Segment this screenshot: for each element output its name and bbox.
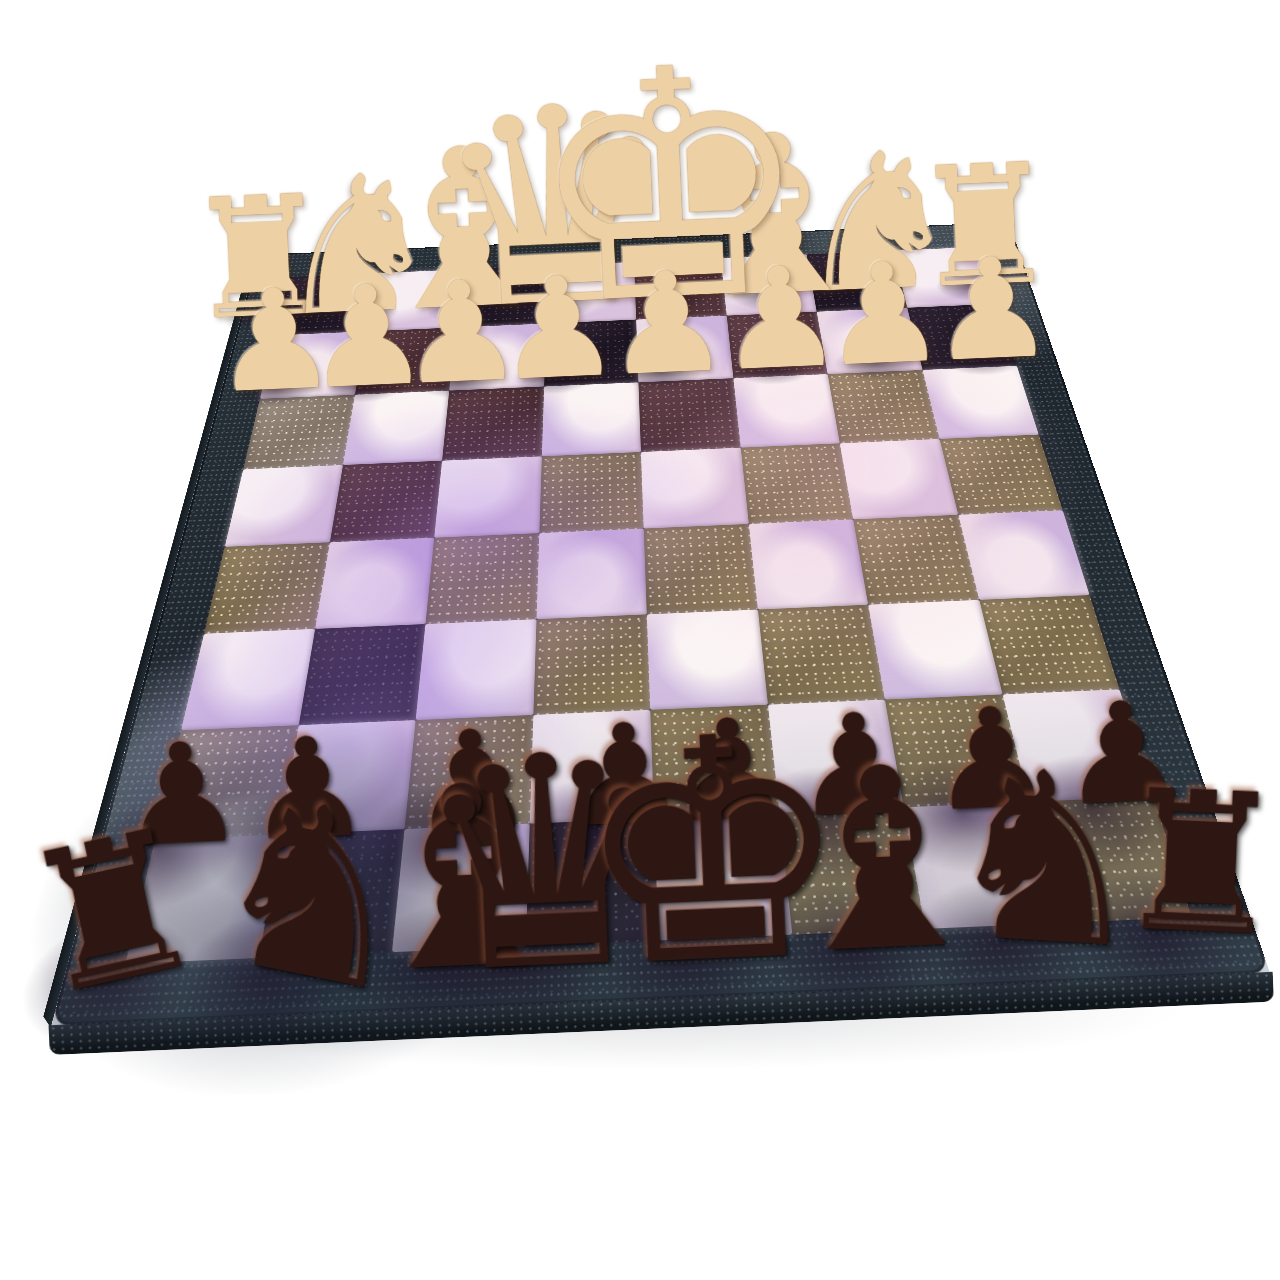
square-r4c0[interactable]: [204, 542, 329, 633]
square-r0c7[interactable]: [893, 247, 997, 308]
square-r7c1[interactable]: [259, 829, 405, 958]
square-r5c0[interactable]: [181, 629, 315, 731]
square-r1c6[interactable]: [817, 308, 923, 375]
square-r4c2[interactable]: [425, 533, 539, 624]
square-r2c1[interactable]: [343, 391, 450, 465]
square-r4c6[interactable]: [853, 515, 979, 605]
square-r3c1[interactable]: [329, 460, 442, 542]
square-r1c5[interactable]: [726, 311, 827, 378]
square-r4c3[interactable]: [536, 529, 647, 619]
square-r1c0[interactable]: [260, 331, 365, 399]
square-r3c6[interactable]: [840, 439, 958, 520]
square-r1c3[interactable]: [544, 319, 639, 386]
square-r6c1[interactable]: [280, 720, 416, 834]
square-r1c7[interactable]: [907, 304, 1017, 370]
square-r1c2[interactable]: [449, 323, 546, 390]
black-king[interactable]: ♚: [568, 693, 856, 1011]
perspective-scene: ♜♞♝♛♚♝♞♜♟♟♟♟♟♟♟♟♟♟♟♟♟♟♟♟♜♞♝♛♚♝♞♜: [0, 0, 1280, 1280]
square-r4c5[interactable]: [748, 519, 868, 609]
chess-board: ♜♞♝♛♚♝♞♜♟♟♟♟♟♟♟♟♟♟♟♟♟♟♟♟♜♞♝♛♚♝♞♜: [51, 222, 1270, 1026]
square-r0c6[interactable]: [807, 251, 907, 312]
square-r3c4[interactable]: [641, 447, 749, 528]
square-r2c4[interactable]: [638, 378, 740, 452]
square-r4c4[interactable]: [644, 524, 758, 614]
square-r1c4[interactable]: [636, 315, 733, 382]
square-r2c0[interactable]: [243, 395, 354, 469]
square-r2c5[interactable]: [733, 374, 840, 447]
square-r0c3[interactable]: [546, 262, 636, 323]
square-r3c5[interactable]: [740, 443, 853, 524]
square-r0c0[interactable]: [275, 273, 375, 335]
square-r1c1[interactable]: [355, 327, 456, 394]
square-r2c3[interactable]: [542, 382, 641, 456]
square-r0c2[interactable]: [456, 266, 548, 328]
square-r2c6[interactable]: [828, 370, 940, 443]
square-r2c2[interactable]: [442, 386, 544, 460]
square-r4c1[interactable]: [315, 538, 434, 629]
square-r3c0[interactable]: [225, 465, 343, 547]
camera-tilt: ♜♞♝♛♚♝♞♜♟♟♟♟♟♟♟♟♟♟♟♟♟♟♟♟♜♞♝♛♚♝♞♜: [0, 0, 1280, 1280]
square-r3c3[interactable]: [539, 452, 644, 533]
square-r0c4[interactable]: [634, 258, 726, 319]
square-r0c5[interactable]: [720, 254, 816, 315]
photo-stage: ♜♞♝♛♚♝♞♜♟♟♟♟♟♟♟♟♟♟♟♟♟♟♟♟♜♞♝♛♚♝♞♜: [0, 0, 1280, 1280]
square-r0c1[interactable]: [365, 269, 461, 331]
square-r3c2[interactable]: [434, 456, 541, 538]
